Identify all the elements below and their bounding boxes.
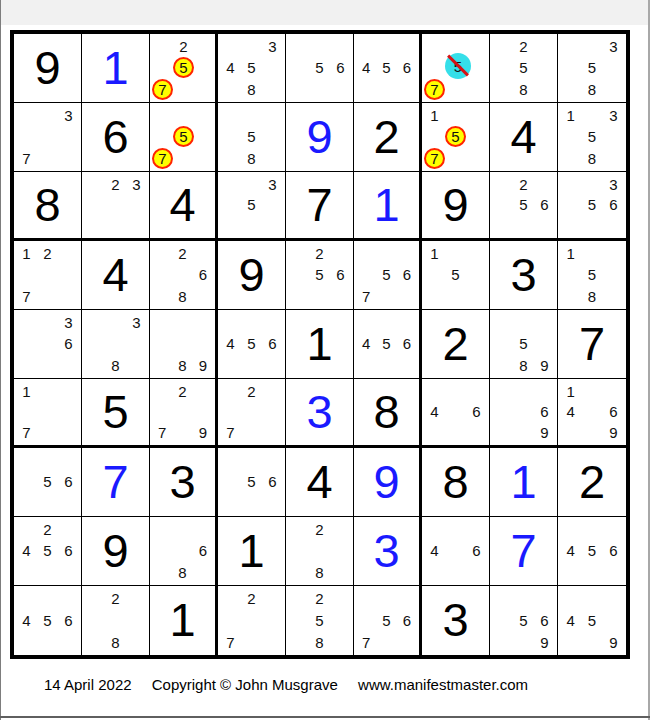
candidate-8: 8 (519, 358, 527, 373)
cell-r8c4[interactable]: 1 (218, 517, 286, 586)
candidate-2: 2 (111, 177, 119, 192)
cell-r3c2[interactable]: 23 (82, 172, 150, 241)
given-digit: 4 (169, 181, 195, 228)
candidate-2: 2 (43, 246, 51, 261)
given-digit: 1 (306, 320, 332, 367)
pencil-marks: 2456 (14, 517, 81, 585)
pencil-marks: 15 (422, 241, 489, 309)
pencil-marks: 258 (286, 586, 353, 655)
cell-r3c4[interactable]: 35 (218, 172, 286, 241)
given-digit: 3 (169, 458, 195, 505)
cell-r1c6[interactable]: 456 (354, 34, 422, 103)
candidate-4: 4 (362, 60, 370, 75)
given-digit: 4 (102, 251, 128, 298)
candidate-7: 7 (226, 635, 234, 650)
cell-r2c5[interactable]: 9 (286, 103, 354, 172)
candidate-8: 8 (178, 289, 186, 304)
candidate-9: 9 (199, 425, 207, 440)
cell-r2c3[interactable]: 57 (150, 103, 218, 172)
pencil-marks: 58 (218, 103, 285, 171)
given-digit: 9 (442, 181, 468, 228)
candidate-3: 3 (609, 108, 617, 123)
cell-r7c6[interactable]: 9 (354, 448, 422, 517)
candidate-9: 9 (540, 425, 548, 440)
candidate-5: 5 (588, 60, 596, 75)
cell-r6c1[interactable]: 17 (14, 379, 82, 448)
cell-r7c5[interactable]: 4 (286, 448, 354, 517)
candidate-7: 7 (226, 425, 234, 440)
footer-date: 14 April 2022 (44, 676, 132, 693)
cell-r1c4[interactable]: 3458 (218, 34, 286, 103)
pencil-marks: 456 (558, 517, 626, 585)
pencil-marks: 1358 (558, 103, 626, 171)
given-digit: 2 (442, 320, 468, 367)
candidate-3: 3 (132, 315, 140, 330)
pencil-marks: 38 (82, 310, 149, 378)
candidate-6: 6 (199, 543, 207, 558)
cell-r8c9[interactable]: 456 (558, 517, 626, 586)
given-digit: 9 (34, 44, 60, 91)
pencil-marks: 23 (82, 172, 149, 238)
cell-r6c6[interactable]: 8 (354, 379, 422, 448)
pencil-marks: 456 (14, 586, 81, 655)
candidate-4: 4 (430, 543, 438, 558)
candidate-6: 6 (472, 404, 480, 419)
pencil-marks: 36 (14, 310, 81, 378)
cell-r2c6[interactable]: 2 (354, 103, 422, 172)
cell-r7c4[interactable]: 56 (218, 448, 286, 517)
cell-r7c7[interactable]: 8 (422, 448, 490, 517)
pencil-marks: 257 (150, 34, 215, 102)
candidate-8: 8 (111, 358, 119, 373)
cell-r1c3[interactable]: 257 (150, 34, 218, 103)
candidate-6: 6 (336, 60, 344, 75)
footer-copyright: Copyright © John Musgrave (152, 676, 338, 693)
cell-r8c6[interactable]: 3 (354, 517, 422, 586)
cell-r1c5[interactable]: 56 (286, 34, 354, 103)
pencil-marks: 46 (422, 517, 489, 585)
candidate-2: 2 (247, 384, 255, 399)
given-digit: 4 (306, 458, 332, 505)
cell-r3c6[interactable]: 1 (354, 172, 422, 241)
candidate-5: 5 (588, 129, 596, 144)
cell-r6c7[interactable]: 46 (422, 379, 490, 448)
cell-r5c5[interactable]: 1 (286, 310, 354, 379)
candidate-2: 2 (519, 39, 527, 54)
candidate-6: 6 (472, 543, 480, 558)
solved-digit: 1 (373, 181, 399, 228)
candidate-8: 8 (247, 82, 255, 97)
cell-r9c8[interactable]: 569 (490, 586, 558, 655)
candidate-6: 6 (540, 404, 548, 419)
candidate-7-circled: 7 (152, 148, 173, 169)
cell-r6c2[interactable]: 5 (82, 379, 150, 448)
candidate-2: 2 (315, 591, 323, 606)
candidate-5: 5 (43, 474, 51, 489)
cell-r5c8[interactable]: 589 (490, 310, 558, 379)
given-digit: 8 (373, 388, 399, 435)
candidate-6: 6 (268, 474, 276, 489)
candidate-5: 5 (588, 543, 596, 558)
candidate-5: 5 (588, 197, 596, 212)
given-digit: 2 (373, 113, 399, 160)
candidate-5-circled: 5 (173, 57, 194, 78)
candidate-8: 8 (588, 289, 596, 304)
cell-r2c8[interactable]: 4 (490, 103, 558, 172)
given-digit: 1 (169, 596, 195, 643)
candidate-7: 7 (158, 425, 166, 440)
pencil-marks: 89 (150, 310, 215, 378)
pencil-marks: 268 (150, 241, 215, 309)
cell-r9c1[interactable]: 456 (14, 586, 82, 655)
candidate-5: 5 (315, 613, 323, 628)
cell-r8c1[interactable]: 2456 (14, 517, 82, 586)
given-digit: 8 (34, 181, 60, 228)
cell-r2c2[interactable]: 6 (82, 103, 150, 172)
cell-r8c8[interactable]: 7 (490, 517, 558, 586)
solved-digit: 1 (510, 458, 536, 505)
candidate-7: 7 (22, 289, 30, 304)
candidate-5: 5 (382, 336, 390, 351)
candidate-9: 9 (540, 358, 548, 373)
candidate-5-circled: 5 (445, 126, 466, 147)
candidate-9: 9 (609, 635, 617, 650)
given-digit: 6 (102, 113, 128, 160)
cell-r2c7[interactable]: 157 (422, 103, 490, 172)
candidate-2: 2 (179, 39, 187, 54)
candidate-7: 7 (362, 635, 370, 650)
candidate-5: 5 (247, 197, 255, 212)
candidate-6: 6 (540, 197, 548, 212)
given-digit: 9 (238, 251, 264, 298)
pencil-marks: 56 (218, 448, 285, 516)
candidate-5: 5 (315, 60, 323, 75)
cell-r3c3[interactable]: 4 (150, 172, 218, 241)
pencil-marks: 279 (150, 379, 215, 445)
cell-r4c4[interactable]: 9 (218, 241, 286, 310)
pencil-marks: 157 (422, 103, 489, 171)
cell-r3c9[interactable]: 356 (558, 172, 626, 241)
pencil-marks: 56 (286, 34, 353, 102)
candidate-8: 8 (178, 358, 186, 373)
candidate-5: 5 (382, 267, 390, 282)
candidate-3: 3 (64, 315, 72, 330)
candidate-6: 6 (64, 543, 72, 558)
cell-r4c2[interactable]: 4 (82, 241, 150, 310)
pencil-marks: 158 (558, 241, 626, 309)
candidate-8: 8 (315, 565, 323, 580)
candidate-8: 8 (588, 82, 596, 97)
candidate-1: 1 (430, 108, 438, 123)
candidate-7: 7 (22, 151, 30, 166)
solved-digit: 1 (102, 44, 128, 91)
candidate-1: 1 (566, 384, 574, 399)
cell-r3c7[interactable]: 9 (422, 172, 490, 241)
cell-r9c7[interactable]: 3 (422, 586, 490, 655)
cell-r7c2[interactable]: 7 (82, 448, 150, 517)
cell-r8c3[interactable]: 68 (150, 517, 218, 586)
candidate-3: 3 (609, 39, 617, 54)
candidate-2: 2 (178, 384, 186, 399)
cell-r5c9[interactable]: 7 (558, 310, 626, 379)
candidate-6: 6 (403, 613, 411, 628)
cell-r2c1[interactable]: 37 (14, 103, 82, 172)
cell-r5c2[interactable]: 38 (82, 310, 150, 379)
cell-r9c9[interactable]: 459 (558, 586, 626, 655)
candidate-8: 8 (315, 635, 323, 650)
candidate-3: 3 (268, 39, 276, 54)
candidate-6: 6 (609, 404, 617, 419)
given-digit: 3 (510, 251, 536, 298)
cell-r1c1[interactable]: 9 (14, 34, 82, 103)
candidate-1: 1 (566, 246, 574, 261)
cell-r2c9[interactable]: 1358 (558, 103, 626, 172)
pencil-marks: 57 (422, 34, 489, 102)
cell-r1c9[interactable]: 358 (558, 34, 626, 103)
candidate-2: 2 (315, 522, 323, 537)
cell-r1c8[interactable]: 258 (490, 34, 558, 103)
candidate-6: 6 (540, 613, 548, 628)
pencil-marks: 258 (490, 34, 557, 102)
cell-r4c6[interactable]: 567 (354, 241, 422, 310)
pencil-marks: 589 (490, 310, 557, 378)
frame-bottom-edge (0, 716, 650, 718)
cell-r1c7[interactable]: 57 (422, 34, 490, 103)
pencil-marks: 3458 (218, 34, 285, 102)
candidate-5: 5 (43, 613, 51, 628)
cell-r3c8[interactable]: 256 (490, 172, 558, 241)
cell-r4c7[interactable]: 15 (422, 241, 490, 310)
candidate-5: 5 (451, 267, 459, 282)
pencil-marks: 37 (14, 103, 81, 171)
given-digit: 2 (579, 458, 605, 505)
pencil-marks: 567 (354, 586, 419, 655)
pencil-marks: 69 (490, 379, 557, 445)
candidate-8: 8 (111, 635, 119, 650)
candidate-7-circled: 7 (152, 79, 173, 100)
candidate-2: 2 (315, 246, 323, 261)
candidate-4: 4 (566, 543, 574, 558)
pencil-marks: 27 (218, 586, 285, 655)
cell-r9c5[interactable]: 258 (286, 586, 354, 655)
candidate-4: 4 (22, 543, 30, 558)
pencil-marks: 358 (558, 34, 626, 102)
candidate-8: 8 (247, 151, 255, 166)
cell-r1c2[interactable]: 1 (82, 34, 150, 103)
cell-r9c4[interactable]: 27 (218, 586, 286, 655)
candidate-1: 1 (430, 246, 438, 261)
pencil-marks: 356 (558, 172, 626, 238)
cell-r6c5[interactable]: 3 (286, 379, 354, 448)
cell-r5c7[interactable]: 2 (422, 310, 490, 379)
cell-r7c8[interactable]: 1 (490, 448, 558, 517)
candidate-9: 9 (609, 425, 617, 440)
pencil-marks: 459 (558, 586, 626, 655)
candidate-6: 6 (64, 474, 72, 489)
pencil-marks: 256 (490, 172, 557, 238)
candidate-2: 2 (43, 522, 51, 537)
candidate-3: 3 (132, 177, 140, 192)
candidate-6: 6 (64, 336, 72, 351)
candidate-9: 9 (199, 358, 207, 373)
sudoku-board: 9125734585645657258358376575892157413588… (10, 30, 630, 659)
cell-r4c8[interactable]: 3 (490, 241, 558, 310)
given-digit: 9 (102, 527, 128, 574)
candidate-8: 8 (178, 565, 186, 580)
given-digit: 3 (442, 596, 468, 643)
cell-r6c3[interactable]: 279 (150, 379, 218, 448)
solved-digit: 9 (306, 113, 332, 160)
candidate-5: 5 (519, 60, 527, 75)
given-digit: 7 (579, 320, 605, 367)
candidate-5: 5 (247, 129, 255, 144)
candidate-6: 6 (403, 267, 411, 282)
given-digit: 8 (442, 458, 468, 505)
solved-digit: 3 (306, 388, 332, 435)
candidate-5: 5 (588, 613, 596, 628)
pencil-marks: 1469 (558, 379, 626, 445)
cell-r4c5[interactable]: 256 (286, 241, 354, 310)
cell-r7c9[interactable]: 2 (558, 448, 626, 517)
candidate-1: 1 (22, 384, 30, 399)
cell-r2c4[interactable]: 58 (218, 103, 286, 172)
solved-digit: 7 (102, 458, 128, 505)
candidate-4: 4 (362, 336, 370, 351)
pencil-marks: 17 (14, 379, 81, 445)
cell-r4c1[interactable]: 127 (14, 241, 82, 310)
cell-r6c8[interactable]: 69 (490, 379, 558, 448)
candidate-7: 7 (362, 289, 370, 304)
candidate-4: 4 (566, 613, 574, 628)
candidate-6: 6 (268, 336, 276, 351)
candidate-2: 2 (247, 591, 255, 606)
candidate-5: 5 (247, 60, 255, 75)
pencil-marks: 27 (218, 379, 285, 445)
given-digit: 4 (510, 113, 536, 160)
cell-r5c3[interactable]: 89 (150, 310, 218, 379)
candidate-6: 6 (609, 197, 617, 212)
solved-digit: 9 (373, 458, 399, 505)
candidate-6: 6 (64, 613, 72, 628)
candidate-4: 4 (226, 336, 234, 351)
pencil-marks: 28 (286, 517, 353, 585)
pencil-marks: 256 (286, 241, 353, 309)
candidate-7-circled: 7 (424, 79, 445, 100)
cell-r5c1[interactable]: 36 (14, 310, 82, 379)
cell-r9c3[interactable]: 1 (150, 586, 218, 655)
pencil-marks: 456 (354, 310, 419, 378)
cell-r6c4[interactable]: 27 (218, 379, 286, 448)
candidate-7-circled: 7 (424, 148, 445, 169)
pencil-marks: 567 (354, 241, 419, 309)
solved-digit: 3 (373, 527, 399, 574)
candidate-4: 4 (430, 404, 438, 419)
candidate-6: 6 (609, 543, 617, 558)
candidate-3: 3 (64, 108, 72, 123)
candidate-6: 6 (336, 267, 344, 282)
candidate-5: 5 (382, 60, 390, 75)
pencil-marks: 456 (354, 34, 419, 102)
pencil-marks: 35 (218, 172, 285, 238)
cell-r4c9[interactable]: 158 (558, 241, 626, 310)
cell-r4c3[interactable]: 268 (150, 241, 218, 310)
given-digit: 5 (102, 388, 128, 435)
candidate-1: 1 (22, 246, 30, 261)
cell-r3c5[interactable]: 7 (286, 172, 354, 241)
pencil-marks: 456 (218, 310, 285, 378)
cell-r5c4[interactable]: 456 (218, 310, 286, 379)
candidate-8: 8 (588, 151, 596, 166)
solved-digit: 7 (510, 527, 536, 574)
candidate-5-circled: 5 (173, 126, 194, 147)
pencil-marks: 68 (150, 517, 215, 585)
candidate-5: 5 (247, 474, 255, 489)
candidate-2: 2 (519, 177, 527, 192)
candidate-4: 4 (22, 613, 30, 628)
cell-r5c6[interactable]: 456 (354, 310, 422, 379)
cell-r9c6[interactable]: 567 (354, 586, 422, 655)
candidate-4: 4 (566, 404, 574, 419)
pencil-marks: 57 (150, 103, 215, 171)
top-strip (0, 0, 650, 25)
given-digit: 7 (306, 181, 332, 228)
candidate-4: 4 (226, 60, 234, 75)
candidate-2: 2 (111, 591, 119, 606)
candidate-5: 5 (43, 543, 51, 558)
given-digit: 1 (238, 527, 264, 574)
cell-r7c1[interactable]: 56 (14, 448, 82, 517)
candidate-5: 5 (588, 267, 596, 282)
candidate-5: 5 (382, 613, 390, 628)
candidate-1: 1 (566, 108, 574, 123)
candidate-5: 5 (519, 197, 527, 212)
candidate-7: 7 (22, 425, 30, 440)
cell-r9c2[interactable]: 28 (82, 586, 150, 655)
cell-r6c9[interactable]: 1469 (558, 379, 626, 448)
footer: 14 April 2022 Copyright © John Musgrave … (44, 676, 528, 693)
candidate-5: 5 (315, 267, 323, 282)
candidate-6: 6 (403, 60, 411, 75)
cell-r8c7[interactable]: 46 (422, 517, 490, 586)
candidate-3: 3 (609, 177, 617, 192)
candidate-3: 3 (268, 177, 276, 192)
cell-r8c5[interactable]: 28 (286, 517, 354, 586)
pencil-marks: 28 (82, 586, 149, 655)
candidate-9: 9 (540, 635, 548, 650)
candidate-6: 6 (199, 267, 207, 282)
pencil-marks: 127 (14, 241, 81, 309)
pencil-marks: 46 (422, 379, 489, 445)
cell-r8c2[interactable]: 9 (82, 517, 150, 586)
cell-r3c1[interactable]: 8 (14, 172, 82, 241)
cell-r7c3[interactable]: 3 (150, 448, 218, 517)
candidate-5-eliminated: 5 (445, 53, 471, 79)
candidate-2: 2 (178, 246, 186, 261)
frame-left-edge (0, 0, 1, 720)
candidate-5: 5 (519, 336, 527, 351)
candidate-6: 6 (403, 336, 411, 351)
footer-website: www.manifestmaster.com (358, 676, 528, 693)
pencil-marks: 569 (490, 586, 557, 655)
pencil-marks: 56 (14, 448, 81, 516)
candidate-5: 5 (519, 613, 527, 628)
candidate-8: 8 (519, 82, 527, 97)
candidate-5: 5 (247, 336, 255, 351)
